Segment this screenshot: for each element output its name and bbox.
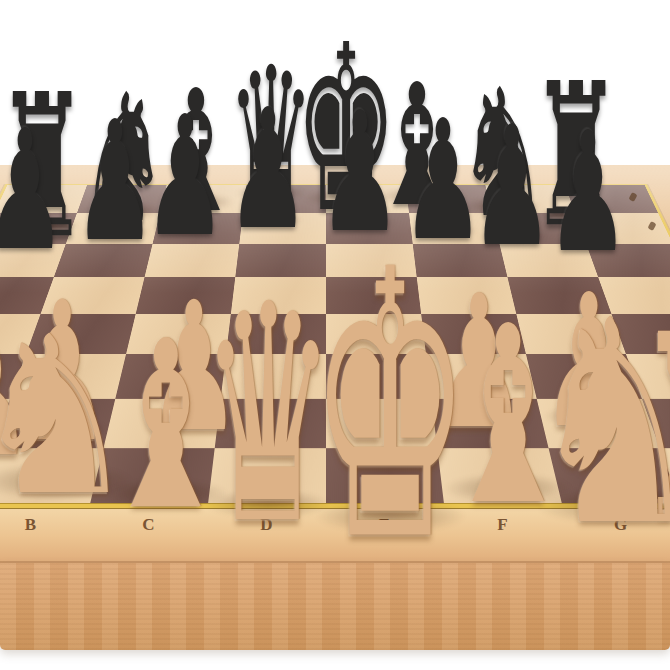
piece-black-pawn-h7[interactable]: ♟ xyxy=(547,170,629,244)
black-pawn-glyph: ♟ xyxy=(74,101,156,233)
white-knight-glyph: ♞ xyxy=(529,283,670,508)
piece-black-pawn-g7[interactable]: ♟ xyxy=(471,164,553,238)
piece-white-king-e1[interactable]: ♚ xyxy=(309,374,470,518)
piece-black-pawn-b7[interactable]: ♟ xyxy=(74,159,156,233)
piece-black-pawn-d7[interactable]: ♟ xyxy=(227,147,309,221)
black-pawn-glyph: ♟ xyxy=(471,106,553,238)
piece-white-knight-g1[interactable]: ♞ xyxy=(529,353,670,508)
black-pawn-glyph: ♟ xyxy=(0,110,66,242)
white-king-glyph: ♚ xyxy=(309,223,470,518)
photo-frame: BCDEFG ♜♞♝♛♚♝♞♜♟♟♟♟♟♟♟♟♟♟♟♟♟♞♝♛♚♝♞♜ xyxy=(0,0,670,670)
black-pawn-glyph: ♟ xyxy=(547,112,629,244)
piece-black-pawn-a7[interactable]: ♟ xyxy=(0,168,66,242)
black-pawn-glyph: ♟ xyxy=(227,89,309,221)
